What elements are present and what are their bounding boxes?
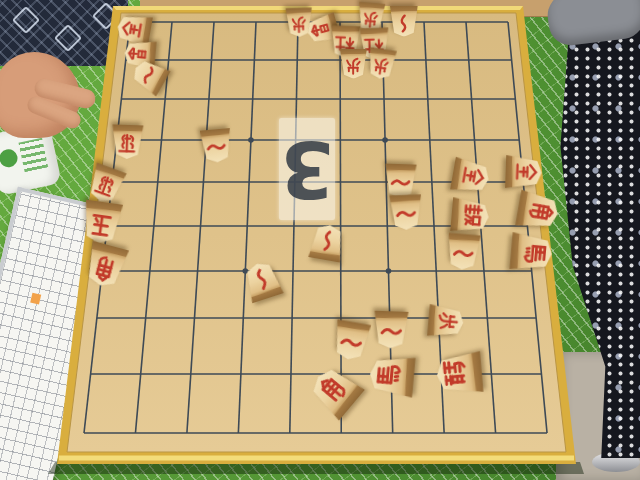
shogi-piece-ryu[interactable] xyxy=(435,351,483,396)
shogi-piece-to[interactable] xyxy=(373,311,408,349)
shogi-piece-gyoku[interactable] xyxy=(81,200,124,246)
piece-face xyxy=(384,163,416,198)
piece-face xyxy=(445,233,480,271)
piece-kanji-to xyxy=(387,170,413,196)
shogi-piece-uma[interactable] xyxy=(510,232,554,272)
shogi-piece-gin[interactable] xyxy=(450,197,490,234)
piece-face xyxy=(308,223,346,263)
piece-kanji-to xyxy=(449,240,477,269)
piece-face xyxy=(505,155,542,189)
piece-kanji-uma xyxy=(372,359,407,394)
piece-kanji-hisha xyxy=(114,131,140,157)
tape-label: 3 xyxy=(279,118,335,220)
shogi-piece-kaku[interactable] xyxy=(515,190,560,232)
piece-kanji-gin xyxy=(457,201,487,230)
piece-face xyxy=(81,200,124,246)
piece-kanji-kin xyxy=(457,161,488,192)
shogi-piece-uma[interactable] xyxy=(368,354,415,397)
piece-kanji-fu xyxy=(360,7,383,30)
piece-face xyxy=(366,47,397,80)
shogi-piece-to[interactable] xyxy=(390,6,418,37)
shogi-piece-fu[interactable] xyxy=(366,47,397,80)
piece-kanji-to xyxy=(393,200,419,227)
piece-kanji-to xyxy=(335,327,367,359)
piece-kanji-to xyxy=(312,226,342,256)
piece-face xyxy=(390,194,423,230)
piece-face xyxy=(450,197,490,234)
shogi-piece-fu[interactable] xyxy=(427,304,464,339)
piece-face xyxy=(199,128,232,164)
shogi-piece-to[interactable] xyxy=(445,233,480,271)
piece-kanji-fu xyxy=(369,53,393,78)
piece-kanji-to xyxy=(203,134,229,161)
piece-kanji-hisha xyxy=(89,169,122,202)
piece-face xyxy=(368,354,415,397)
piece-kanji-to xyxy=(245,262,278,296)
piece-face xyxy=(435,351,483,396)
piece-face xyxy=(340,49,367,79)
piece-face xyxy=(427,304,464,339)
piece-face xyxy=(390,6,418,37)
piece-kanji-fu xyxy=(434,307,462,334)
shogi-piece-fu[interactable] xyxy=(340,49,367,79)
tape-label-text: 3 xyxy=(280,130,334,208)
shogi-piece-to[interactable] xyxy=(199,128,232,164)
piece-kanji-kin xyxy=(512,158,540,185)
shogi-piece-kin[interactable] xyxy=(450,157,492,196)
piece-kanji-fu xyxy=(342,55,364,77)
piece-face xyxy=(331,320,371,363)
piece-face xyxy=(515,190,560,232)
piece-kanji-to xyxy=(393,11,415,34)
shogi-piece-to[interactable] xyxy=(384,163,416,198)
shogi-piece-kin[interactable] xyxy=(505,155,542,189)
shogi-piece-hisha[interactable] xyxy=(111,125,143,160)
piece-kanji-uma xyxy=(518,236,551,268)
piece-face xyxy=(450,157,492,196)
piece-face xyxy=(111,125,143,160)
piece-kanji-to xyxy=(377,318,405,347)
piece-face xyxy=(510,232,554,272)
piece-kanji-kaku xyxy=(87,249,124,286)
piece-kanji-gyoku xyxy=(85,208,119,242)
shogi-piece-to[interactable] xyxy=(331,320,371,363)
shogi-piece-to[interactable] xyxy=(308,223,346,263)
piece-kanji-kaku xyxy=(523,195,557,229)
piece-face xyxy=(373,311,408,349)
piece-kanji-ryu xyxy=(439,356,475,391)
shogi-piece-to[interactable] xyxy=(390,194,423,230)
scene-photo: { "game": "shogi", "scene_description": … xyxy=(0,0,640,480)
